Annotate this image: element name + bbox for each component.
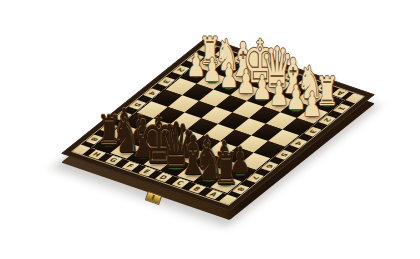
pieces-layer: ♜♞♝♟♚♟♛♟♝♟♞♟♜♟♟♟♟♟♟♜♟♞♟♝♟♚♟♛♟♝♞♜ xyxy=(0,0,420,259)
chess-set-product-photo: HH11GG22FF33EE44DD55CC66BB77AA88 ♜♞♝♟♚♟♛… xyxy=(0,0,420,259)
piece-black-rook: ♜ xyxy=(213,149,239,193)
piece-white-pawn: ♟ xyxy=(302,87,322,121)
